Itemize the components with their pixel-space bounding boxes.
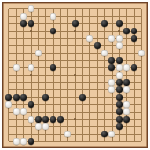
intersection-Q17[interactable]: [116, 20, 123, 27]
intersection-R3[interactable]: [123, 123, 130, 130]
intersection-H7[interactable]: [57, 94, 64, 101]
intersection-D11[interactable]: [27, 64, 34, 71]
intersection-C19[interactable]: [20, 5, 27, 12]
intersection-K9[interactable]: [71, 79, 78, 86]
intersection-C6[interactable]: [20, 101, 27, 108]
intersection-F5[interactable]: [42, 108, 49, 115]
intersection-E9[interactable]: [35, 79, 42, 86]
intersection-D3[interactable]: [27, 123, 34, 130]
intersection-E16[interactable]: [35, 27, 42, 34]
intersection-L4[interactable]: [79, 116, 86, 123]
intersection-B1[interactable]: [13, 138, 20, 145]
intersection-H9[interactable]: [57, 79, 64, 86]
intersection-J8[interactable]: [64, 86, 71, 93]
intersection-K18[interactable]: [71, 13, 78, 20]
intersection-T8[interactable]: [138, 86, 145, 93]
intersection-T14[interactable]: [138, 42, 145, 49]
intersection-P6[interactable]: [108, 101, 115, 108]
intersection-M12[interactable]: [86, 57, 93, 64]
intersection-S5[interactable]: [130, 108, 137, 115]
intersection-O10[interactable]: [101, 71, 108, 78]
intersection-K14[interactable]: [71, 42, 78, 49]
intersection-M10[interactable]: [86, 71, 93, 78]
intersection-H6[interactable]: [57, 101, 64, 108]
intersection-T18[interactable]: [138, 13, 145, 20]
intersection-Q9[interactable]: [116, 79, 123, 86]
intersection-F3[interactable]: [42, 123, 49, 130]
intersection-D4[interactable]: [27, 116, 34, 123]
intersection-J17[interactable]: [64, 20, 71, 27]
intersection-S3[interactable]: [130, 123, 137, 130]
intersection-S13[interactable]: [130, 49, 137, 56]
intersection-C18[interactable]: [20, 13, 27, 20]
intersection-A9[interactable]: [5, 79, 12, 86]
intersection-Q3[interactable]: [116, 123, 123, 130]
intersection-R6[interactable]: [123, 101, 130, 108]
intersection-B8[interactable]: [13, 86, 20, 93]
intersection-A10[interactable]: [5, 71, 12, 78]
intersection-A4[interactable]: [5, 116, 12, 123]
intersection-D2[interactable]: [27, 130, 34, 137]
intersection-R1[interactable]: [123, 138, 130, 145]
intersection-S9[interactable]: [130, 79, 137, 86]
intersection-F14[interactable]: [42, 42, 49, 49]
intersection-P18[interactable]: [108, 13, 115, 20]
intersection-M14[interactable]: [86, 42, 93, 49]
intersection-A2[interactable]: [5, 130, 12, 137]
intersection-F8[interactable]: [42, 86, 49, 93]
intersection-N5[interactable]: [94, 108, 101, 115]
intersection-J18[interactable]: [64, 13, 71, 20]
intersection-F12[interactable]: [42, 57, 49, 64]
intersection-G10[interactable]: [49, 71, 56, 78]
intersection-H16[interactable]: [57, 27, 64, 34]
intersection-C9[interactable]: [20, 79, 27, 86]
intersection-P8[interactable]: [108, 86, 115, 93]
intersection-L18[interactable]: [79, 13, 86, 20]
intersection-T13[interactable]: [138, 49, 145, 56]
intersection-S11[interactable]: [130, 64, 137, 71]
intersection-D6[interactable]: [27, 101, 34, 108]
intersection-D15[interactable]: [27, 35, 34, 42]
intersection-E4[interactable]: [35, 116, 42, 123]
intersection-O11[interactable]: [101, 64, 108, 71]
intersection-C17[interactable]: [20, 20, 27, 27]
intersection-L3[interactable]: [79, 123, 86, 130]
intersection-O4[interactable]: [101, 116, 108, 123]
intersection-F7[interactable]: [42, 94, 49, 101]
intersection-Q13[interactable]: [116, 49, 123, 56]
intersection-C14[interactable]: [20, 42, 27, 49]
intersection-G4[interactable]: [49, 116, 56, 123]
intersection-H19[interactable]: [57, 5, 64, 12]
intersection-T5[interactable]: [138, 108, 145, 115]
intersection-A7[interactable]: [5, 94, 12, 101]
intersection-R5[interactable]: [123, 108, 130, 115]
intersection-J7[interactable]: [64, 94, 71, 101]
intersection-J12[interactable]: [64, 57, 71, 64]
intersection-P4[interactable]: [108, 116, 115, 123]
intersection-K19[interactable]: [71, 5, 78, 12]
intersection-N1[interactable]: [94, 138, 101, 145]
intersection-B3[interactable]: [13, 123, 20, 130]
intersection-N9[interactable]: [94, 79, 101, 86]
intersection-P17[interactable]: [108, 20, 115, 27]
intersection-F2[interactable]: [42, 130, 49, 137]
intersection-H5[interactable]: [57, 108, 64, 115]
intersection-M13[interactable]: [86, 49, 93, 56]
intersection-T3[interactable]: [138, 123, 145, 130]
intersection-G5[interactable]: [49, 108, 56, 115]
intersection-N4[interactable]: [94, 116, 101, 123]
intersection-C2[interactable]: [20, 130, 27, 137]
intersection-G16[interactable]: [49, 27, 56, 34]
intersection-R12[interactable]: [123, 57, 130, 64]
intersection-T17[interactable]: [138, 20, 145, 27]
intersection-H14[interactable]: [57, 42, 64, 49]
intersection-D1[interactable]: [27, 138, 34, 145]
intersection-O18[interactable]: [101, 13, 108, 20]
intersection-Q18[interactable]: [116, 13, 123, 20]
intersection-O17[interactable]: [101, 20, 108, 27]
intersection-L13[interactable]: [79, 49, 86, 56]
intersection-C8[interactable]: [20, 86, 27, 93]
intersection-E19[interactable]: [35, 5, 42, 12]
intersection-N8[interactable]: [94, 86, 101, 93]
intersection-H1[interactable]: [57, 138, 64, 145]
intersection-Q16[interactable]: [116, 27, 123, 34]
intersection-B16[interactable]: [13, 27, 20, 34]
intersection-G6[interactable]: [49, 101, 56, 108]
intersection-B15[interactable]: [13, 35, 20, 42]
intersection-H17[interactable]: [57, 20, 64, 27]
intersection-J16[interactable]: [64, 27, 71, 34]
intersection-S1[interactable]: [130, 138, 137, 145]
intersection-G9[interactable]: [49, 79, 56, 86]
intersection-S16[interactable]: [130, 27, 137, 34]
intersection-S10[interactable]: [130, 71, 137, 78]
intersection-K1[interactable]: [71, 138, 78, 145]
intersection-R2[interactable]: [123, 130, 130, 137]
intersection-F19[interactable]: [42, 5, 49, 12]
intersection-P14[interactable]: [108, 42, 115, 49]
intersection-M17[interactable]: [86, 20, 93, 27]
intersection-E17[interactable]: [35, 20, 42, 27]
intersection-T4[interactable]: [138, 116, 145, 123]
intersection-M4[interactable]: [86, 116, 93, 123]
intersection-B19[interactable]: [13, 5, 20, 12]
intersection-D12[interactable]: [27, 57, 34, 64]
intersection-C16[interactable]: [20, 27, 27, 34]
intersection-J4[interactable]: [64, 116, 71, 123]
intersection-S7[interactable]: [130, 94, 137, 101]
intersection-F9[interactable]: [42, 79, 49, 86]
intersection-S19[interactable]: [130, 5, 137, 12]
intersection-O12[interactable]: [101, 57, 108, 64]
intersection-H4[interactable]: [57, 116, 64, 123]
intersection-K10[interactable]: [71, 71, 78, 78]
intersection-T2[interactable]: [138, 130, 145, 137]
intersection-A14[interactable]: [5, 42, 12, 49]
intersection-A8[interactable]: [5, 86, 12, 93]
intersection-R10[interactable]: [123, 71, 130, 78]
intersection-B17[interactable]: [13, 20, 20, 27]
intersection-T9[interactable]: [138, 79, 145, 86]
intersection-A12[interactable]: [5, 57, 12, 64]
intersection-A3[interactable]: [5, 123, 12, 130]
intersection-P15[interactable]: [108, 35, 115, 42]
intersection-O5[interactable]: [101, 108, 108, 115]
intersection-A19[interactable]: [5, 5, 12, 12]
intersection-N3[interactable]: [94, 123, 101, 130]
intersection-Q8[interactable]: [116, 86, 123, 93]
intersection-T10[interactable]: [138, 71, 145, 78]
intersection-R13[interactable]: [123, 49, 130, 56]
intersection-K12[interactable]: [71, 57, 78, 64]
intersection-G19[interactable]: [49, 5, 56, 12]
intersection-H11[interactable]: [57, 64, 64, 71]
intersection-C12[interactable]: [20, 57, 27, 64]
intersection-L5[interactable]: [79, 108, 86, 115]
intersection-C4[interactable]: [20, 116, 27, 123]
intersection-B13[interactable]: [13, 49, 20, 56]
intersection-R16[interactable]: [123, 27, 130, 34]
intersection-G18[interactable]: [49, 13, 56, 20]
intersection-M7[interactable]: [86, 94, 93, 101]
intersection-N12[interactable]: [94, 57, 101, 64]
intersection-B5[interactable]: [13, 108, 20, 115]
intersection-R15[interactable]: [123, 35, 130, 42]
intersection-L17[interactable]: [79, 20, 86, 27]
intersection-O16[interactable]: [101, 27, 108, 34]
intersection-T15[interactable]: [138, 35, 145, 42]
intersection-A13[interactable]: [5, 49, 12, 56]
intersection-G17[interactable]: [49, 20, 56, 27]
intersection-C11[interactable]: [20, 64, 27, 71]
intersection-D5[interactable]: [27, 108, 34, 115]
intersection-N16[interactable]: [94, 27, 101, 34]
intersection-B2[interactable]: [13, 130, 20, 137]
intersection-A5[interactable]: [5, 108, 12, 115]
intersection-R19[interactable]: [123, 5, 130, 12]
intersection-B4[interactable]: [13, 116, 20, 123]
intersection-P10[interactable]: [108, 71, 115, 78]
intersection-G11[interactable]: [49, 64, 56, 71]
intersection-A18[interactable]: [5, 13, 12, 20]
intersection-E12[interactable]: [35, 57, 42, 64]
intersection-D13[interactable]: [27, 49, 34, 56]
intersection-E6[interactable]: [35, 101, 42, 108]
intersection-N2[interactable]: [94, 130, 101, 137]
intersection-S17[interactable]: [130, 20, 137, 27]
intersection-P3[interactable]: [108, 123, 115, 130]
intersection-B9[interactable]: [13, 79, 20, 86]
intersection-M8[interactable]: [86, 86, 93, 93]
intersection-E7[interactable]: [35, 94, 42, 101]
intersection-R11[interactable]: [123, 64, 130, 71]
intersection-A16[interactable]: [5, 27, 12, 34]
intersection-C15[interactable]: [20, 35, 27, 42]
intersection-C5[interactable]: [20, 108, 27, 115]
intersection-P2[interactable]: [108, 130, 115, 137]
intersection-M18[interactable]: [86, 13, 93, 20]
intersection-Q7[interactable]: [116, 94, 123, 101]
intersection-D7[interactable]: [27, 94, 34, 101]
intersection-K13[interactable]: [71, 49, 78, 56]
intersection-G13[interactable]: [49, 49, 56, 56]
intersection-G12[interactable]: [49, 57, 56, 64]
intersection-H13[interactable]: [57, 49, 64, 56]
intersection-P13[interactable]: [108, 49, 115, 56]
intersection-Q14[interactable]: [116, 42, 123, 49]
intersection-J10[interactable]: [64, 71, 71, 78]
intersection-L9[interactable]: [79, 79, 86, 86]
intersection-H2[interactable]: [57, 130, 64, 137]
intersection-N14[interactable]: [94, 42, 101, 49]
intersection-P11[interactable]: [108, 64, 115, 71]
intersection-H12[interactable]: [57, 57, 64, 64]
intersection-L11[interactable]: [79, 64, 86, 71]
intersection-M2[interactable]: [86, 130, 93, 137]
intersection-N11[interactable]: [94, 64, 101, 71]
intersection-P1[interactable]: [108, 138, 115, 145]
intersection-M9[interactable]: [86, 79, 93, 86]
intersection-J11[interactable]: [64, 64, 71, 71]
intersection-N19[interactable]: [94, 5, 101, 12]
intersection-D14[interactable]: [27, 42, 34, 49]
intersection-E14[interactable]: [35, 42, 42, 49]
intersection-Q6[interactable]: [116, 101, 123, 108]
intersection-E10[interactable]: [35, 71, 42, 78]
intersection-L19[interactable]: [79, 5, 86, 12]
intersection-R7[interactable]: [123, 94, 130, 101]
intersection-B11[interactable]: [13, 64, 20, 71]
intersection-G2[interactable]: [49, 130, 56, 137]
intersection-K17[interactable]: [71, 20, 78, 27]
intersection-G1[interactable]: [49, 138, 56, 145]
intersection-O15[interactable]: [101, 35, 108, 42]
intersection-F1[interactable]: [42, 138, 49, 145]
intersection-L2[interactable]: [79, 130, 86, 137]
intersection-N15[interactable]: [94, 35, 101, 42]
intersection-L16[interactable]: [79, 27, 86, 34]
intersection-F18[interactable]: [42, 13, 49, 20]
intersection-B12[interactable]: [13, 57, 20, 64]
intersection-F11[interactable]: [42, 64, 49, 71]
intersection-S12[interactable]: [130, 57, 137, 64]
intersection-F15[interactable]: [42, 35, 49, 42]
intersection-D8[interactable]: [27, 86, 34, 93]
intersection-B18[interactable]: [13, 13, 20, 20]
intersection-E11[interactable]: [35, 64, 42, 71]
intersection-D10[interactable]: [27, 71, 34, 78]
intersection-P19[interactable]: [108, 5, 115, 12]
intersection-H15[interactable]: [57, 35, 64, 42]
intersection-K4[interactable]: [71, 116, 78, 123]
intersection-M1[interactable]: [86, 138, 93, 145]
intersection-B6[interactable]: [13, 101, 20, 108]
intersection-C13[interactable]: [20, 49, 27, 56]
intersection-R8[interactable]: [123, 86, 130, 93]
intersection-L7[interactable]: [79, 94, 86, 101]
intersection-T7[interactable]: [138, 94, 145, 101]
intersection-P7[interactable]: [108, 94, 115, 101]
intersection-N13[interactable]: [94, 49, 101, 56]
intersection-G14[interactable]: [49, 42, 56, 49]
intersection-F4[interactable]: [42, 116, 49, 123]
intersection-E5[interactable]: [35, 108, 42, 115]
intersection-A17[interactable]: [5, 20, 12, 27]
intersection-D18[interactable]: [27, 13, 34, 20]
intersection-H10[interactable]: [57, 71, 64, 78]
intersection-P16[interactable]: [108, 27, 115, 34]
intersection-L1[interactable]: [79, 138, 86, 145]
intersection-R17[interactable]: [123, 20, 130, 27]
intersection-M5[interactable]: [86, 108, 93, 115]
intersection-T19[interactable]: [138, 5, 145, 12]
intersection-Q1[interactable]: [116, 138, 123, 145]
intersection-F16[interactable]: [42, 27, 49, 34]
intersection-Q12[interactable]: [116, 57, 123, 64]
intersection-H3[interactable]: [57, 123, 64, 130]
intersection-N18[interactable]: [94, 13, 101, 20]
intersection-E2[interactable]: [35, 130, 42, 137]
intersection-O6[interactable]: [101, 101, 108, 108]
intersection-S6[interactable]: [130, 101, 137, 108]
intersection-R4[interactable]: [123, 116, 130, 123]
intersection-A11[interactable]: [5, 64, 12, 71]
intersection-G7[interactable]: [49, 94, 56, 101]
intersection-E18[interactable]: [35, 13, 42, 20]
intersection-O9[interactable]: [101, 79, 108, 86]
intersection-L6[interactable]: [79, 101, 86, 108]
intersection-D16[interactable]: [27, 27, 34, 34]
intersection-N10[interactable]: [94, 71, 101, 78]
intersection-D19[interactable]: [27, 5, 34, 12]
intersection-O19[interactable]: [101, 5, 108, 12]
intersection-T16[interactable]: [138, 27, 145, 34]
intersection-K5[interactable]: [71, 108, 78, 115]
intersection-M6[interactable]: [86, 101, 93, 108]
intersection-S8[interactable]: [130, 86, 137, 93]
intersection-S15[interactable]: [130, 35, 137, 42]
intersection-J5[interactable]: [64, 108, 71, 115]
intersection-T11[interactable]: [138, 64, 145, 71]
intersection-M3[interactable]: [86, 123, 93, 130]
intersection-D9[interactable]: [27, 79, 34, 86]
intersection-Q15[interactable]: [116, 35, 123, 42]
intersection-A15[interactable]: [5, 35, 12, 42]
intersection-D17[interactable]: [27, 20, 34, 27]
intersection-K16[interactable]: [71, 27, 78, 34]
intersection-N7[interactable]: [94, 94, 101, 101]
intersection-B7[interactable]: [13, 94, 20, 101]
intersection-T12[interactable]: [138, 57, 145, 64]
intersection-G8[interactable]: [49, 86, 56, 93]
intersection-J3[interactable]: [64, 123, 71, 130]
intersection-C1[interactable]: [20, 138, 27, 145]
intersection-Q10[interactable]: [116, 71, 123, 78]
intersection-J6[interactable]: [64, 101, 71, 108]
intersection-Q4[interactable]: [116, 116, 123, 123]
intersection-Q19[interactable]: [116, 5, 123, 12]
intersection-R14[interactable]: [123, 42, 130, 49]
intersection-R18[interactable]: [123, 13, 130, 20]
intersection-C3[interactable]: [20, 123, 27, 130]
intersection-R9[interactable]: [123, 79, 130, 86]
intersection-B14[interactable]: [13, 42, 20, 49]
intersection-H18[interactable]: [57, 13, 64, 20]
